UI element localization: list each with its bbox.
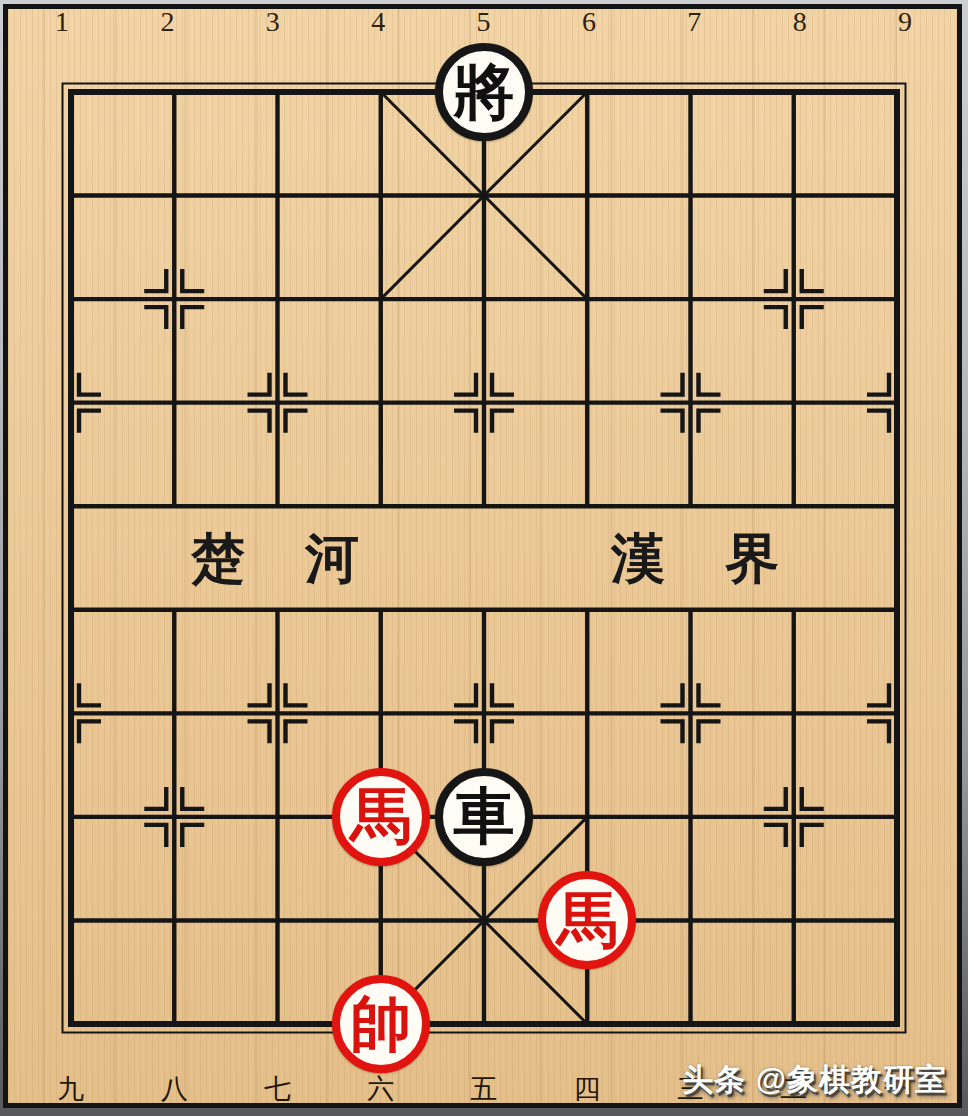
river-text-right: 漢界 bbox=[611, 532, 779, 586]
position-mark bbox=[492, 373, 514, 395]
position-mark bbox=[764, 825, 786, 847]
position-mark bbox=[286, 373, 308, 395]
position-mark bbox=[454, 683, 476, 705]
piece-black-general[interactable]: 將 bbox=[435, 43, 533, 141]
file-label-bottom-3: 七 bbox=[264, 1076, 291, 1103]
position-mark bbox=[867, 411, 889, 433]
board-grid bbox=[0, 0, 968, 1116]
file-label-bottom-2: 八 bbox=[161, 1076, 188, 1103]
position-mark bbox=[286, 721, 308, 743]
file-label-top-2: 2 bbox=[160, 8, 174, 36]
position-mark bbox=[182, 787, 204, 809]
position-mark bbox=[867, 683, 889, 705]
position-mark bbox=[492, 411, 514, 433]
position-mark bbox=[79, 411, 101, 433]
position-mark bbox=[144, 825, 166, 847]
file-label-bottom-6: 四 bbox=[574, 1076, 601, 1103]
river-text-left: 楚河 bbox=[191, 532, 359, 586]
position-mark bbox=[867, 373, 889, 395]
file-label-bottom-1: 九 bbox=[58, 1076, 85, 1103]
position-mark bbox=[764, 787, 786, 809]
position-mark bbox=[661, 411, 683, 433]
position-mark bbox=[699, 683, 721, 705]
position-mark bbox=[79, 683, 101, 705]
river-char: 界 bbox=[725, 532, 779, 586]
watermark: 头条 @象棋教研室 bbox=[682, 1059, 947, 1101]
file-label-top-8: 8 bbox=[793, 8, 807, 36]
position-mark bbox=[144, 307, 166, 329]
position-mark bbox=[492, 721, 514, 743]
file-label-top-4: 4 bbox=[371, 8, 385, 36]
file-label-top-7: 7 bbox=[687, 8, 701, 36]
file-label-top-3: 3 bbox=[266, 8, 280, 36]
position-mark bbox=[454, 373, 476, 395]
river-char: 河 bbox=[305, 532, 359, 586]
file-label-bottom-5: 五 bbox=[471, 1076, 498, 1103]
position-mark bbox=[802, 269, 824, 291]
position-mark bbox=[699, 373, 721, 395]
file-label-bottom-4: 六 bbox=[367, 1076, 394, 1103]
position-mark bbox=[182, 825, 204, 847]
position-mark bbox=[182, 307, 204, 329]
file-label-top-6: 6 bbox=[582, 8, 596, 36]
position-mark bbox=[286, 683, 308, 705]
position-mark bbox=[802, 307, 824, 329]
river-char: 漢 bbox=[611, 532, 665, 586]
position-mark bbox=[248, 721, 270, 743]
position-mark bbox=[764, 307, 786, 329]
piece-black-chariot[interactable]: 車 bbox=[435, 768, 533, 866]
file-label-top-1: 1 bbox=[55, 8, 69, 36]
position-mark bbox=[248, 373, 270, 395]
position-mark bbox=[492, 683, 514, 705]
position-mark bbox=[699, 721, 721, 743]
position-mark bbox=[286, 411, 308, 433]
position-mark bbox=[248, 683, 270, 705]
position-mark bbox=[144, 269, 166, 291]
position-mark bbox=[802, 787, 824, 809]
position-mark bbox=[248, 411, 270, 433]
position-mark bbox=[182, 269, 204, 291]
position-mark bbox=[79, 721, 101, 743]
position-mark bbox=[454, 411, 476, 433]
position-mark bbox=[79, 373, 101, 395]
position-mark bbox=[699, 411, 721, 433]
position-mark bbox=[661, 683, 683, 705]
position-mark bbox=[764, 269, 786, 291]
piece-red-horse-left[interactable]: 馬 bbox=[332, 768, 430, 866]
file-label-top-9: 9 bbox=[898, 8, 912, 36]
piece-red-general[interactable]: 帥 bbox=[332, 975, 430, 1073]
piece-red-horse-right[interactable]: 馬 bbox=[538, 871, 636, 969]
position-mark bbox=[802, 825, 824, 847]
position-mark bbox=[454, 721, 476, 743]
file-label-top-5: 5 bbox=[477, 8, 491, 36]
position-mark bbox=[144, 787, 166, 809]
position-mark bbox=[867, 721, 889, 743]
screenshot-frame: 123456789 九八七六五四三二一 楚河 漢界 將馬車馬帥 头条 @象棋教研… bbox=[0, 0, 968, 1116]
position-mark bbox=[661, 373, 683, 395]
position-mark bbox=[661, 721, 683, 743]
river-char: 楚 bbox=[191, 532, 245, 586]
